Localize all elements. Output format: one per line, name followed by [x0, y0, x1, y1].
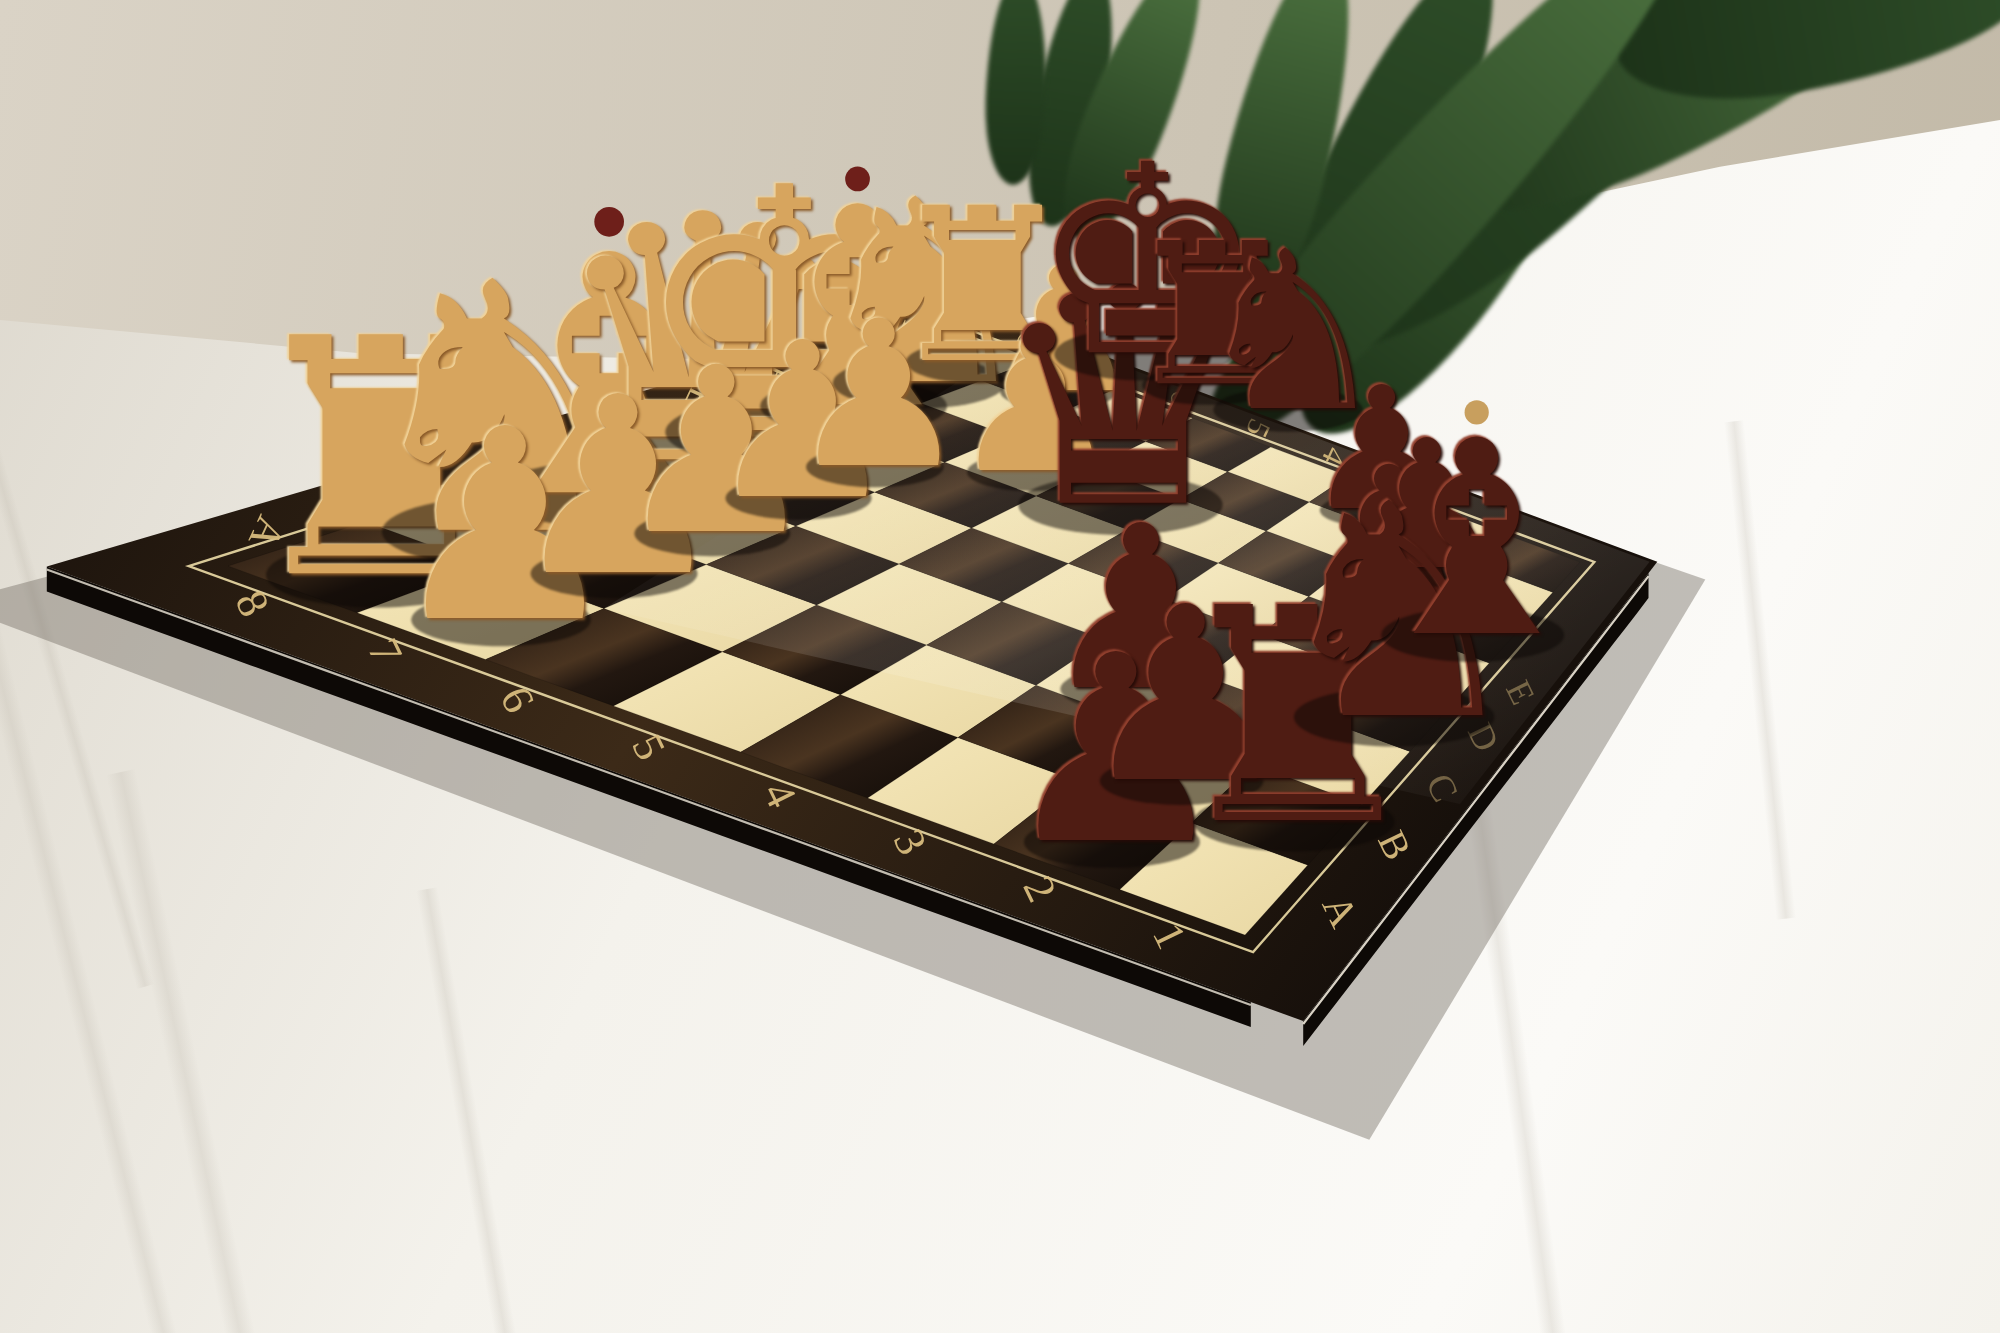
light-pawn-e7[interactable]: ♟ [788, 277, 969, 513]
captured-dark-n[interactable]: ♞ [1194, 204, 1391, 460]
dark-bishop-f1[interactable]: ♝ [1356, 383, 1597, 696]
chess-board: ABCDEFGH87654321876543ABCDE♜♞♝♛♚♝♞♜♟♟♟♟♟… [0, 0, 2000, 1333]
photo-scene: { "game": "chess", "position": { "fen": … [0, 0, 2000, 1333]
bishop-finial [1465, 400, 1489, 424]
